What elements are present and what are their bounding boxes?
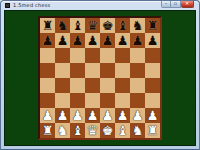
white-queen[interactable]: ♛ [85, 123, 100, 138]
black-pawn[interactable]: ♟ [130, 33, 145, 48]
square-g6[interactable] [130, 48, 145, 63]
window-controls: – ▫ ✕ [161, 1, 194, 8]
white-knight[interactable]: ♞ [130, 123, 145, 138]
square-h4[interactable] [145, 78, 160, 93]
square-g5[interactable] [130, 63, 145, 78]
square-g4[interactable] [130, 78, 145, 93]
square-g2[interactable]: ♟ [130, 108, 145, 123]
square-d1[interactable]: ♛ [85, 123, 100, 138]
square-f5[interactable] [115, 63, 130, 78]
black-bishop[interactable]: ♝ [115, 18, 130, 33]
square-a4[interactable] [40, 78, 55, 93]
black-pawn[interactable]: ♟ [70, 33, 85, 48]
square-h5[interactable] [145, 63, 160, 78]
square-f3[interactable] [115, 93, 130, 108]
square-f4[interactable] [115, 78, 130, 93]
square-h6[interactable] [145, 48, 160, 63]
app-window: 1.5med chess – ▫ ✕ ♜♞♝♛♚♝♞♜♟♟♟♟♟♟♟♟♟♟♟♟♟… [0, 0, 200, 150]
square-c3[interactable] [70, 93, 85, 108]
square-e8[interactable]: ♚ [100, 18, 115, 33]
square-a3[interactable] [40, 93, 55, 108]
white-pawn[interactable]: ♟ [130, 108, 145, 123]
chess-board: ♜♞♝♛♚♝♞♜♟♟♟♟♟♟♟♟♟♟♟♟♟♟♟♟♜♞♝♛♚♝♞♜ [38, 16, 162, 140]
black-rook[interactable]: ♜ [145, 18, 160, 33]
square-d7[interactable]: ♟ [85, 33, 100, 48]
black-bishop[interactable]: ♝ [70, 18, 85, 33]
close-button[interactable]: ✕ [181, 1, 194, 8]
app-icon[interactable] [5, 3, 10, 8]
square-b3[interactable] [55, 93, 70, 108]
square-b6[interactable] [55, 48, 70, 63]
minimize-button[interactable]: – [161, 1, 171, 8]
square-h2[interactable]: ♟ [145, 108, 160, 123]
black-queen[interactable]: ♛ [85, 18, 100, 33]
square-h7[interactable]: ♟ [145, 33, 160, 48]
square-f2[interactable]: ♟ [115, 108, 130, 123]
black-knight[interactable]: ♞ [130, 18, 145, 33]
game-client-area: ♜♞♝♛♚♝♞♜♟♟♟♟♟♟♟♟♟♟♟♟♟♟♟♟♜♞♝♛♚♝♞♜ [4, 10, 196, 146]
square-e1[interactable]: ♚ [100, 123, 115, 138]
square-b5[interactable] [55, 63, 70, 78]
black-rook[interactable]: ♜ [40, 18, 55, 33]
square-b1[interactable]: ♞ [55, 123, 70, 138]
square-d6[interactable] [85, 48, 100, 63]
square-c1[interactable]: ♝ [70, 123, 85, 138]
square-f7[interactable]: ♟ [115, 33, 130, 48]
white-king[interactable]: ♚ [100, 123, 115, 138]
square-b7[interactable]: ♟ [55, 33, 70, 48]
white-rook[interactable]: ♜ [145, 123, 160, 138]
square-g3[interactable] [130, 93, 145, 108]
white-pawn[interactable]: ♟ [100, 108, 115, 123]
white-pawn[interactable]: ♟ [70, 108, 85, 123]
square-a5[interactable] [40, 63, 55, 78]
square-e6[interactable] [100, 48, 115, 63]
square-c5[interactable] [70, 63, 85, 78]
black-king[interactable]: ♚ [100, 18, 115, 33]
square-a8[interactable]: ♜ [40, 18, 55, 33]
square-c2[interactable]: ♟ [70, 108, 85, 123]
square-a2[interactable]: ♟ [40, 108, 55, 123]
square-c6[interactable] [70, 48, 85, 63]
square-e7[interactable]: ♟ [100, 33, 115, 48]
white-rook[interactable]: ♜ [40, 123, 55, 138]
square-g7[interactable]: ♟ [130, 33, 145, 48]
square-a6[interactable] [40, 48, 55, 63]
square-f6[interactable] [115, 48, 130, 63]
black-pawn[interactable]: ♟ [55, 33, 70, 48]
white-pawn[interactable]: ♟ [145, 108, 160, 123]
square-d4[interactable] [85, 78, 100, 93]
square-h1[interactable]: ♜ [145, 123, 160, 138]
black-pawn[interactable]: ♟ [100, 33, 115, 48]
square-h8[interactable]: ♜ [145, 18, 160, 33]
square-h3[interactable] [145, 93, 160, 108]
square-d8[interactable]: ♛ [85, 18, 100, 33]
window-title: 1.5med chess [13, 1, 50, 10]
white-bishop[interactable]: ♝ [115, 123, 130, 138]
square-c7[interactable]: ♟ [70, 33, 85, 48]
white-knight[interactable]: ♞ [55, 123, 70, 138]
square-e4[interactable] [100, 78, 115, 93]
square-f1[interactable]: ♝ [115, 123, 130, 138]
square-c4[interactable] [70, 78, 85, 93]
square-b4[interactable] [55, 78, 70, 93]
square-d5[interactable] [85, 63, 100, 78]
square-d2[interactable]: ♟ [85, 108, 100, 123]
white-pawn[interactable]: ♟ [115, 108, 130, 123]
square-a7[interactable]: ♟ [40, 33, 55, 48]
square-g8[interactable]: ♞ [130, 18, 145, 33]
square-a1[interactable]: ♜ [40, 123, 55, 138]
square-d3[interactable] [85, 93, 100, 108]
maximize-button[interactable]: ▫ [171, 1, 181, 8]
black-pawn[interactable]: ♟ [145, 33, 160, 48]
square-g1[interactable]: ♞ [130, 123, 145, 138]
square-e2[interactable]: ♟ [100, 108, 115, 123]
square-b2[interactable]: ♟ [55, 108, 70, 123]
square-c8[interactable]: ♝ [70, 18, 85, 33]
black-pawn[interactable]: ♟ [85, 33, 100, 48]
black-knight[interactable]: ♞ [55, 18, 70, 33]
white-pawn[interactable]: ♟ [40, 108, 55, 123]
black-pawn[interactable]: ♟ [115, 33, 130, 48]
square-b8[interactable]: ♞ [55, 18, 70, 33]
square-f8[interactable]: ♝ [115, 18, 130, 33]
square-e3[interactable] [100, 93, 115, 108]
square-e5[interactable] [100, 63, 115, 78]
black-pawn[interactable]: ♟ [40, 33, 55, 48]
white-pawn[interactable]: ♟ [85, 108, 100, 123]
white-pawn[interactable]: ♟ [55, 108, 70, 123]
white-bishop[interactable]: ♝ [70, 123, 85, 138]
title-bar[interactable]: 1.5med chess – ▫ ✕ [1, 1, 199, 10]
